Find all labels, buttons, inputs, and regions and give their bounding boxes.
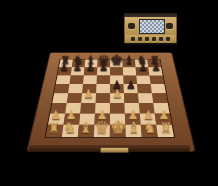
piece-bp-c7[interactable]: ♟	[84, 60, 97, 75]
square-d1[interactable]: ♛	[94, 125, 110, 137]
computer-base	[124, 43, 177, 46]
computer-lcd-screen	[139, 19, 165, 34]
square-d5[interactable]	[96, 84, 110, 93]
square-e4[interactable]: ♟	[110, 93, 124, 103]
square-g6[interactable]	[136, 75, 150, 84]
piece-bp-g7[interactable]: ♟	[136, 60, 149, 75]
wooden-board-frame: ♜♞♝♛♚♝♞♜♟♟♟♟♟♟♟♟♟♟♟♟♟♟♟♟♜♞♝♛♚♝♞♜	[26, 52, 196, 151]
square-h7[interactable]: ♟	[148, 67, 162, 75]
square-c7[interactable]: ♟	[84, 67, 98, 75]
square-a5[interactable]	[54, 84, 69, 93]
square-c6[interactable]	[83, 75, 97, 84]
square-g1[interactable]: ♞	[141, 125, 158, 137]
square-a4[interactable]	[52, 93, 68, 103]
piece-bb-f8[interactable]: ♝	[123, 53, 136, 68]
piece-bp-d7[interactable]: ♟	[97, 60, 110, 75]
computer-key-2[interactable]	[138, 37, 142, 41]
square-b6[interactable]	[69, 75, 83, 84]
square-c1[interactable]: ♝	[78, 125, 95, 137]
square-f7[interactable]	[123, 67, 136, 75]
square-g5[interactable]	[137, 84, 152, 93]
piece-bp-a7[interactable]: ♟	[58, 60, 71, 75]
piece-wr-a1[interactable]: ♜	[46, 119, 62, 137]
computer-keypad	[124, 35, 177, 43]
square-f4[interactable]	[124, 93, 139, 103]
square-h4[interactable]	[152, 93, 168, 103]
square-a6[interactable]	[56, 75, 71, 84]
square-e8[interactable]: ♚	[110, 60, 123, 68]
piece-wk-e1[interactable]: ♚	[110, 119, 126, 137]
computer-key-6[interactable]	[166, 37, 170, 41]
square-b4[interactable]	[67, 93, 82, 103]
piece-wn-b1[interactable]: ♞	[62, 119, 78, 137]
square-e1[interactable]: ♚	[110, 125, 126, 137]
piece-wn-g1[interactable]: ♞	[142, 119, 158, 137]
piece-bp-h7[interactable]: ♟	[149, 60, 162, 75]
computer-key-3[interactable]	[145, 37, 149, 41]
square-e7[interactable]	[110, 67, 123, 75]
square-h1[interactable]: ♜	[156, 125, 174, 137]
square-g7[interactable]: ♟	[136, 67, 150, 75]
computer-right-button[interactable]	[166, 23, 173, 29]
square-f8[interactable]: ♝	[123, 60, 136, 68]
computer-left-button[interactable]	[128, 23, 135, 29]
square-c3[interactable]	[80, 103, 95, 113]
square-d6[interactable]	[96, 75, 110, 84]
piece-wp-e4[interactable]: ♟	[110, 87, 124, 103]
computer-key-1[interactable]	[131, 37, 135, 41]
piece-bk-e8[interactable]: ♚	[110, 53, 123, 68]
piece-wb-c1[interactable]: ♝	[78, 119, 94, 137]
piece-wp-c4[interactable]: ♟	[81, 87, 95, 103]
piece-bp-f5[interactable]: ♟	[124, 77, 138, 93]
square-e3[interactable]	[110, 103, 125, 113]
piece-wq-d1[interactable]: ♛	[94, 119, 110, 137]
piece-wr-h1[interactable]: ♜	[158, 119, 174, 137]
computer-key-5[interactable]	[159, 37, 163, 41]
square-d4[interactable]	[96, 93, 110, 103]
piece-wb-f1[interactable]: ♝	[126, 119, 142, 137]
square-c4[interactable]: ♟	[81, 93, 96, 103]
square-g4[interactable]	[138, 93, 153, 103]
piece-bp-b7[interactable]: ♟	[71, 60, 84, 75]
chess-board: ♜♞♝♛♚♝♞♜♟♟♟♟♟♟♟♟♟♟♟♟♟♟♟♟♜♞♝♛♚♝♞♜	[46, 60, 174, 137]
square-h5[interactable]	[151, 84, 166, 93]
computer-body	[124, 17, 177, 35]
square-h6[interactable]	[149, 75, 164, 84]
brass-plaque	[100, 147, 129, 153]
square-d7[interactable]: ♟	[97, 67, 110, 75]
square-f5[interactable]: ♟	[124, 84, 138, 93]
square-b7[interactable]: ♟	[71, 67, 85, 75]
square-b1[interactable]: ♞	[62, 125, 79, 137]
chess-computer-unit	[124, 13, 177, 46]
computer-key-4[interactable]	[152, 37, 156, 41]
square-f1[interactable]: ♝	[125, 125, 142, 137]
